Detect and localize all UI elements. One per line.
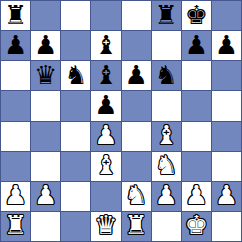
square-a8[interactable]: ♜ bbox=[1, 1, 30, 30]
square-b6[interactable]: ♛ bbox=[31, 61, 60, 90]
black-knight: ♞ bbox=[64, 62, 87, 88]
black-pawn: ♟ bbox=[185, 32, 208, 58]
square-a3[interactable] bbox=[1, 152, 30, 181]
square-c6[interactable]: ♞ bbox=[61, 61, 90, 90]
square-g7[interactable]: ♟ bbox=[182, 31, 211, 60]
black-pawn: ♟ bbox=[124, 62, 147, 88]
square-h7[interactable]: ♟ bbox=[212, 31, 241, 60]
square-f1[interactable] bbox=[152, 212, 181, 241]
white-pawn: ♟ bbox=[34, 182, 57, 208]
square-g2[interactable]: ♟ bbox=[182, 182, 211, 211]
white-bishop: ♝ bbox=[155, 122, 178, 148]
square-f8[interactable]: ♜ bbox=[152, 1, 181, 30]
square-c1[interactable] bbox=[61, 212, 90, 241]
white-pawn: ♟ bbox=[94, 122, 117, 148]
square-c8[interactable] bbox=[61, 1, 90, 30]
square-e4[interactable] bbox=[122, 122, 151, 151]
square-c5[interactable] bbox=[61, 91, 90, 120]
square-a2[interactable]: ♟ bbox=[1, 182, 30, 211]
chess-board: ♜♜♚♟♟♝♟♟♛♞♝♟♞♟♟♝♝♞♟♟♞♟♟♟♜♛♜♚ bbox=[0, 0, 242, 242]
square-c7[interactable] bbox=[61, 31, 90, 60]
white-knight: ♞ bbox=[124, 182, 147, 208]
square-h4[interactable] bbox=[212, 122, 241, 151]
white-pawn: ♟ bbox=[185, 182, 208, 208]
black-pawn: ♟ bbox=[215, 32, 238, 58]
square-e7[interactable] bbox=[122, 31, 151, 60]
square-f6[interactable]: ♞ bbox=[152, 61, 181, 90]
white-knight: ♞ bbox=[155, 152, 178, 178]
white-pawn: ♟ bbox=[4, 182, 27, 208]
black-rook: ♜ bbox=[155, 2, 178, 28]
square-b2[interactable]: ♟ bbox=[31, 182, 60, 211]
black-rook: ♜ bbox=[4, 2, 27, 28]
square-f7[interactable] bbox=[152, 31, 181, 60]
square-e5[interactable] bbox=[122, 91, 151, 120]
black-queen: ♛ bbox=[34, 62, 57, 88]
square-h6[interactable] bbox=[212, 61, 241, 90]
square-e3[interactable] bbox=[122, 152, 151, 181]
square-f3[interactable]: ♞ bbox=[152, 152, 181, 181]
square-c2[interactable] bbox=[61, 182, 90, 211]
white-bishop: ♝ bbox=[94, 152, 117, 178]
white-rook: ♜ bbox=[4, 212, 27, 238]
square-b1[interactable] bbox=[31, 212, 60, 241]
square-g3[interactable] bbox=[182, 152, 211, 181]
square-e8[interactable] bbox=[122, 1, 151, 30]
square-a4[interactable] bbox=[1, 122, 30, 151]
chess-diagram: ♜♜♚♟♟♝♟♟♛♞♝♟♞♟♟♝♝♞♟♟♞♟♟♟♜♛♜♚ bbox=[0, 0, 242, 242]
square-d4[interactable]: ♟ bbox=[91, 122, 120, 151]
square-f5[interactable] bbox=[152, 91, 181, 120]
square-g6[interactable] bbox=[182, 61, 211, 90]
white-king: ♚ bbox=[185, 212, 208, 238]
square-f2[interactable]: ♟ bbox=[152, 182, 181, 211]
black-knight: ♞ bbox=[155, 62, 178, 88]
square-h1[interactable] bbox=[212, 212, 241, 241]
square-e1[interactable]: ♜ bbox=[122, 212, 151, 241]
square-a6[interactable] bbox=[1, 61, 30, 90]
square-g8[interactable]: ♚ bbox=[182, 1, 211, 30]
black-pawn: ♟ bbox=[4, 32, 27, 58]
square-b3[interactable] bbox=[31, 152, 60, 181]
square-g1[interactable]: ♚ bbox=[182, 212, 211, 241]
square-e2[interactable]: ♞ bbox=[122, 182, 151, 211]
square-d2[interactable] bbox=[91, 182, 120, 211]
square-g5[interactable] bbox=[182, 91, 211, 120]
square-h2[interactable]: ♟ bbox=[212, 182, 241, 211]
square-c3[interactable] bbox=[61, 152, 90, 181]
square-a5[interactable] bbox=[1, 91, 30, 120]
square-b7[interactable]: ♟ bbox=[31, 31, 60, 60]
black-pawn: ♟ bbox=[34, 32, 57, 58]
square-d7[interactable]: ♝ bbox=[91, 31, 120, 60]
square-d8[interactable] bbox=[91, 1, 120, 30]
white-pawn: ♟ bbox=[215, 182, 238, 208]
square-c4[interactable] bbox=[61, 122, 90, 151]
black-bishop: ♝ bbox=[94, 62, 117, 88]
square-h8[interactable] bbox=[212, 1, 241, 30]
square-e6[interactable]: ♟ bbox=[122, 61, 151, 90]
black-bishop: ♝ bbox=[94, 32, 117, 58]
square-d6[interactable]: ♝ bbox=[91, 61, 120, 90]
white-pawn: ♟ bbox=[155, 182, 178, 208]
square-f4[interactable]: ♝ bbox=[152, 122, 181, 151]
black-pawn: ♟ bbox=[94, 92, 117, 118]
square-h5[interactable] bbox=[212, 91, 241, 120]
square-g4[interactable] bbox=[182, 122, 211, 151]
white-rook: ♜ bbox=[124, 212, 147, 238]
square-b5[interactable] bbox=[31, 91, 60, 120]
square-d5[interactable]: ♟ bbox=[91, 91, 120, 120]
square-a1[interactable]: ♜ bbox=[1, 212, 30, 241]
square-a7[interactable]: ♟ bbox=[1, 31, 30, 60]
square-h3[interactable] bbox=[212, 152, 241, 181]
square-d1[interactable]: ♛ bbox=[91, 212, 120, 241]
white-queen: ♛ bbox=[94, 212, 117, 238]
square-b4[interactable] bbox=[31, 122, 60, 151]
black-king: ♚ bbox=[185, 2, 208, 28]
square-d3[interactable]: ♝ bbox=[91, 152, 120, 181]
square-b8[interactable] bbox=[31, 1, 60, 30]
